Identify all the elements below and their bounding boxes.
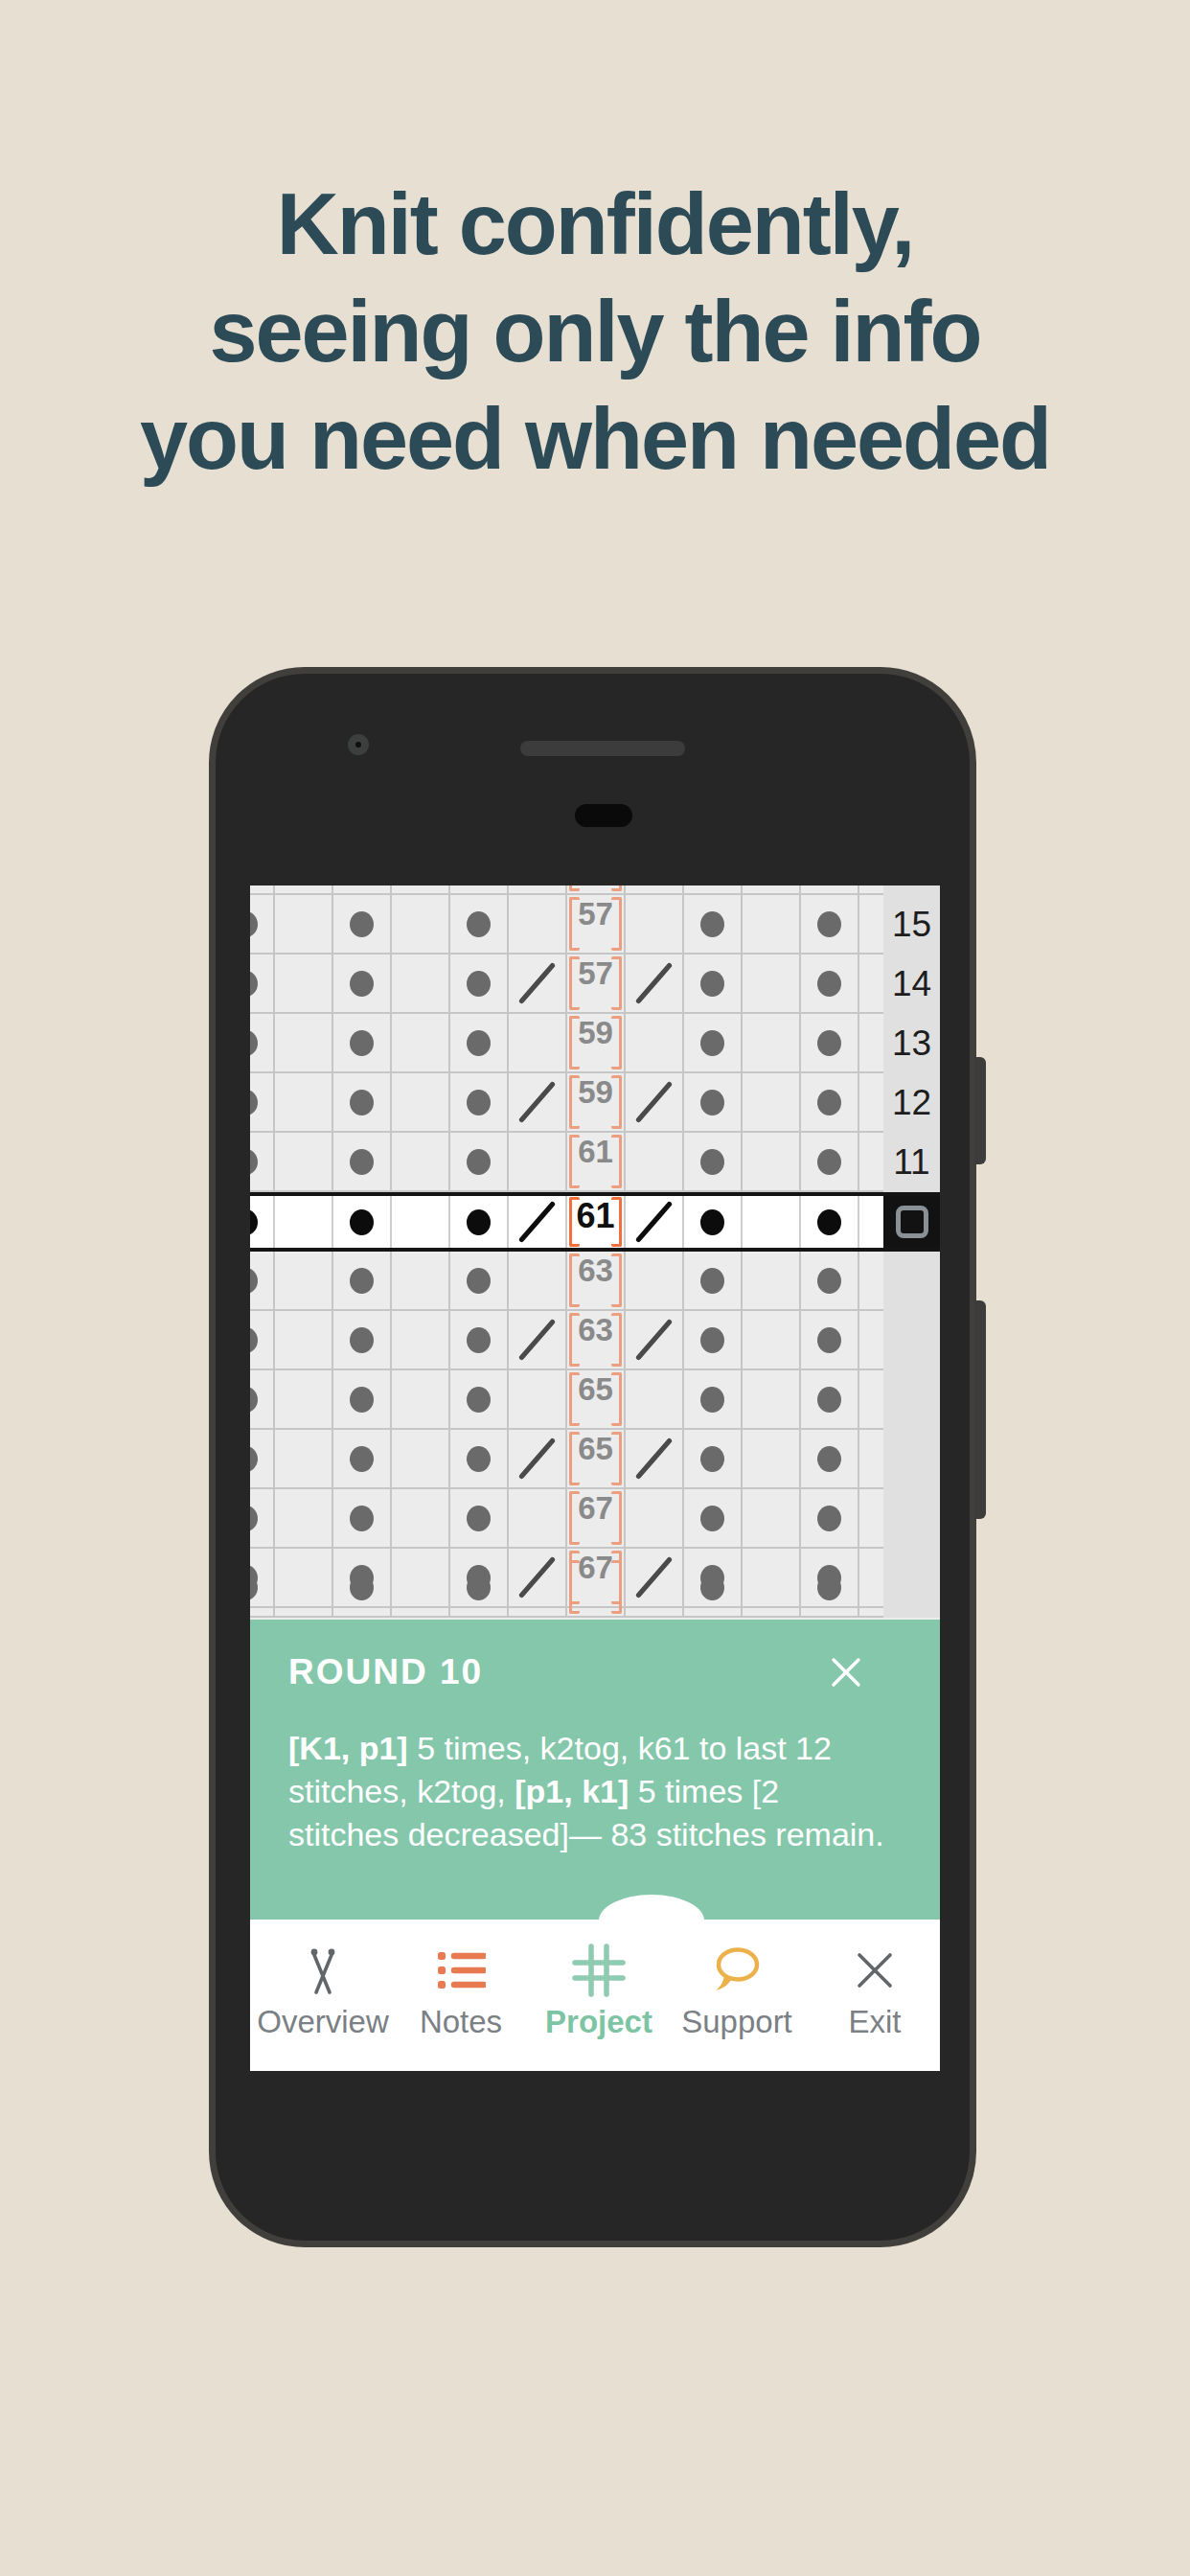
chart-cell: [450, 954, 509, 1014]
chart-cell: [392, 1370, 450, 1430]
chart-cell: [684, 1370, 743, 1430]
tab-support[interactable]: Support: [679, 1920, 794, 2071]
chart-cell: [392, 1014, 450, 1073]
chart-row: 5714: [250, 954, 940, 1014]
row-number: 14: [892, 964, 931, 1004]
purl-dot: [467, 1090, 491, 1115]
chart-cell: [250, 1014, 275, 1073]
purl-dot: [467, 1327, 491, 1353]
chart-cell: [801, 885, 859, 895]
chart-cell: [450, 1370, 509, 1430]
chart-cell: [684, 1252, 743, 1311]
volume-button: [974, 1300, 986, 1519]
chart-cell: [743, 1430, 801, 1489]
purl-dot: [350, 1327, 374, 1353]
chart-cell: [509, 1252, 567, 1311]
chart-cell: [626, 1133, 684, 1192]
chart-row: 6111: [250, 1133, 940, 1192]
chart-cell: [392, 1430, 450, 1489]
chart-cell: [859, 1073, 883, 1133]
chart-cell: [275, 1370, 333, 1430]
chart-cell: [392, 954, 450, 1014]
chart-cell: [626, 954, 684, 1014]
chart-cell: [626, 1558, 684, 1618]
chart-cell: [743, 1489, 801, 1549]
purl-dot-clipped: [250, 1387, 258, 1413]
chart-cell: [250, 1370, 275, 1430]
chart-cell: [250, 885, 275, 895]
chart-cell: [392, 1133, 450, 1192]
chart-cell: [333, 1014, 392, 1073]
row-number: 15: [892, 905, 931, 945]
chart-cell: [626, 1430, 684, 1489]
purl-dot: [817, 1327, 841, 1353]
chart-cell: [275, 1014, 333, 1073]
knitting-chart[interactable]: 5715571459135912611161636365656767: [250, 885, 940, 1620]
purl-dot: [350, 1209, 374, 1235]
chart-cell: [450, 1073, 509, 1133]
purl-dot: [350, 1268, 374, 1294]
headline-line2: seeing only the info: [0, 278, 1190, 385]
stitch-count-cell: 65: [567, 1370, 626, 1430]
chart-cell: [859, 1252, 883, 1311]
chart-cell: [333, 1489, 392, 1549]
purl-dot-clipped: [250, 971, 258, 997]
chart-cell: [509, 954, 567, 1014]
chart-cell: [275, 895, 333, 954]
chart-cell: [626, 895, 684, 954]
purl-dot: [350, 1506, 374, 1531]
x-exit-icon: [852, 1941, 898, 2000]
chart-cell: [684, 1014, 743, 1073]
chart-cell: [450, 1014, 509, 1073]
chart-cell: [250, 895, 275, 954]
chart-cell: [801, 1196, 859, 1248]
chart-row: 5715: [250, 895, 940, 954]
chart-cell: [275, 1489, 333, 1549]
chart-cell: [801, 1014, 859, 1073]
chart-cell: [392, 1558, 450, 1618]
chart-cell: [743, 885, 801, 895]
chart-cell: [626, 1073, 684, 1133]
chart-cell: [250, 1489, 275, 1549]
chart-cell: [450, 895, 509, 954]
chart-row: 5912: [250, 1073, 940, 1133]
purl-dot: [350, 1090, 374, 1115]
purl-dot-clipped: [250, 1446, 258, 1472]
chart-cell: [333, 885, 392, 895]
chart-cell: [450, 1558, 509, 1618]
stitch-count-cell: [567, 1558, 626, 1618]
purl-dot-clipped: [250, 1149, 258, 1175]
tab-exit[interactable]: Exit: [817, 1920, 932, 2071]
chart-cell: [275, 1558, 333, 1618]
chart-cell: [743, 1196, 801, 1248]
chart-cell: [275, 1430, 333, 1489]
chart-row: 65: [250, 1430, 940, 1489]
chart-cell: [392, 1252, 450, 1311]
chart-cell: [859, 885, 883, 895]
chart-cell: [450, 1252, 509, 1311]
row-counter-cell: [883, 1252, 940, 1311]
purl-dot: [700, 1090, 724, 1115]
purl-dot: [700, 1030, 724, 1056]
purl-dot: [467, 1030, 491, 1056]
crossed-needles-icon: [298, 1941, 348, 2000]
purl-dot: [700, 1327, 724, 1353]
chart-cell: [743, 1311, 801, 1370]
purl-dot-clipped: [250, 1090, 258, 1115]
app-screen: 5715571459135912611161636365656767 ROUND…: [250, 885, 940, 2071]
row-counter-cell: [883, 1558, 940, 1618]
chart-cell: [743, 1370, 801, 1430]
row-number: 11: [893, 1142, 929, 1183]
close-icon[interactable]: [829, 1655, 863, 1690]
chart-cell: [333, 895, 392, 954]
row-counter-cell: 15: [883, 895, 940, 954]
chart-cell: [509, 895, 567, 954]
tab-overview-label: Overview: [257, 2004, 389, 2040]
purl-dot: [817, 1209, 841, 1235]
purl-dot: [467, 1268, 491, 1294]
purl-dot-clipped: [250, 1268, 258, 1294]
chart-cell: [250, 1133, 275, 1192]
headline: Knit confidently, seeing only the info y…: [0, 171, 1190, 493]
purl-dot-clipped: [250, 1030, 258, 1056]
chart-cell: [509, 1370, 567, 1430]
purl-dot: [467, 1575, 491, 1600]
purl-dot: [467, 911, 491, 937]
round-instructions: [K1, p1] 5 times, k2tog, k61 to last 12s…: [288, 1727, 911, 1856]
active-tab-bump: [599, 1895, 704, 1946]
chart-cell: [626, 885, 684, 895]
chart-cell: [684, 1133, 743, 1192]
chart-cell: [684, 1430, 743, 1489]
chart-cell: [743, 895, 801, 954]
chart-cell: [859, 1558, 883, 1618]
stitch-count-cell: 57: [567, 895, 626, 954]
purl-dot: [350, 1149, 374, 1175]
chart-cell: [801, 1133, 859, 1192]
tab-bar: Overview Notes: [250, 1920, 940, 2071]
chart-cell: [392, 895, 450, 954]
purl-dot: [817, 1446, 841, 1472]
chart-cell: [392, 1073, 450, 1133]
chart-cell: [250, 1073, 275, 1133]
chart-cell: [801, 1558, 859, 1618]
chart-cell: [743, 1558, 801, 1618]
purl-dot: [700, 1149, 724, 1175]
chart-cell: [801, 1073, 859, 1133]
purl-dot: [700, 1209, 724, 1235]
chart-cell: [250, 1558, 275, 1618]
chart-cell: [626, 1252, 684, 1311]
chart-row: [250, 1558, 940, 1618]
row-counter-cell: [883, 1489, 940, 1549]
chart-cell: [684, 954, 743, 1014]
chart-cell: [333, 1311, 392, 1370]
chart-cell: [275, 1311, 333, 1370]
chart-cell: [392, 1311, 450, 1370]
chart-cell: [275, 885, 333, 895]
chart-cell: [859, 1196, 883, 1248]
chart-cell: [743, 1252, 801, 1311]
tab-support-label: Support: [681, 2004, 792, 2040]
tab-notes[interactable]: Notes: [403, 1920, 518, 2071]
chart-cell: [684, 1196, 743, 1248]
chart-cell: [333, 1073, 392, 1133]
row-counter-cell: 14: [883, 954, 940, 1014]
chart-cell: [509, 885, 567, 895]
chart-cell: [392, 1196, 450, 1248]
row-counter-cell: [883, 885, 940, 895]
purl-dot: [350, 1446, 374, 1472]
purl-dot: [817, 1575, 841, 1600]
chart-cell: [859, 1430, 883, 1489]
chart-cell: [275, 954, 333, 1014]
purl-dot: [467, 1209, 491, 1235]
chart-cell: [250, 1430, 275, 1489]
chart-row: 67: [250, 1489, 940, 1549]
purl-dot: [467, 1506, 491, 1531]
chart-cell: [626, 1014, 684, 1073]
chart-cell: [333, 1252, 392, 1311]
speaker-grille: [520, 741, 685, 756]
stitch-count-cell: 67: [567, 1489, 626, 1549]
purl-dot-clipped: [250, 1575, 258, 1600]
chart-cell: [450, 1489, 509, 1549]
front-camera-icon: [348, 734, 369, 755]
speech-bubble-icon: [710, 1941, 764, 2000]
chart-row: 5913: [250, 1014, 940, 1073]
chart-cell: [333, 1558, 392, 1618]
chart-cell: [275, 1073, 333, 1133]
chart-cell: [250, 1311, 275, 1370]
purl-dot-clipped: [250, 911, 258, 937]
earpiece-pill: [575, 804, 632, 827]
chart-cell: [450, 885, 509, 895]
row-counter-cell: 11: [883, 1133, 940, 1192]
chart-cell: [801, 954, 859, 1014]
purl-dot: [817, 971, 841, 997]
purl-dot: [817, 1387, 841, 1413]
purl-dot-clipped: [250, 1209, 258, 1235]
chart-cell: [859, 1133, 883, 1192]
purl-dot: [467, 1149, 491, 1175]
round-title: ROUND 10: [288, 1652, 483, 1692]
chart-cell: [333, 1133, 392, 1192]
chart-cell: [684, 1311, 743, 1370]
chart-cell: [684, 1489, 743, 1549]
chart-row: [250, 885, 940, 895]
tab-exit-label: Exit: [848, 2004, 901, 2040]
purl-dot: [700, 1575, 724, 1600]
stitch-count-cell: 63: [567, 1311, 626, 1370]
chart-cell: [859, 1014, 883, 1073]
purl-dot: [700, 911, 724, 937]
chart-cell: [743, 1133, 801, 1192]
round-instruction-panel: ROUND 10 [K1, p1] 5 times, k2tog, k61 to…: [250, 1620, 940, 1920]
stitch-count-cell: 63: [567, 1252, 626, 1311]
tab-notes-label: Notes: [420, 2004, 502, 2040]
purl-dot: [467, 1446, 491, 1472]
purl-dot: [817, 1268, 841, 1294]
chart-cell: [859, 1489, 883, 1549]
chart-cell: [509, 1430, 567, 1489]
chart-cell: [684, 885, 743, 895]
row-counter-cell[interactable]: [883, 1196, 940, 1248]
chart-cell: [275, 1133, 333, 1192]
headline-line1: Knit confidently,: [0, 171, 1190, 278]
stitch-count-cell: 65: [567, 1430, 626, 1489]
chart-row: 63: [250, 1252, 940, 1311]
purl-dot: [817, 1149, 841, 1175]
stitch-count-cell: [567, 885, 626, 895]
chart-cell: [509, 1558, 567, 1618]
chart-cell: [626, 1489, 684, 1549]
chart-cell: [250, 1252, 275, 1311]
row-counter-cell: 12: [883, 1073, 940, 1133]
chart-cell: [859, 954, 883, 1014]
chart-cell: [333, 1430, 392, 1489]
power-button: [974, 1057, 986, 1164]
chart-cell: [509, 1311, 567, 1370]
chart-cell: [450, 1311, 509, 1370]
purl-dot: [700, 971, 724, 997]
purl-dot: [817, 1030, 841, 1056]
stitch-count-cell: 61: [567, 1133, 626, 1192]
purl-dot: [817, 1506, 841, 1531]
chart-cell: [509, 1196, 567, 1248]
chart-cell: [275, 1196, 333, 1248]
stitch-count-cell: 61: [567, 1196, 626, 1248]
chart-cell: [684, 1558, 743, 1618]
tab-project-label: Project: [545, 2004, 652, 2040]
chart-row: 65: [250, 1370, 940, 1430]
chart-cell: [333, 954, 392, 1014]
chart-cell: [801, 1252, 859, 1311]
chart-cell: [801, 1370, 859, 1430]
purl-dot: [350, 1030, 374, 1056]
purl-dot: [700, 1506, 724, 1531]
list-icon: [436, 1941, 486, 2000]
chart-cell: [450, 1133, 509, 1192]
headline-line3: you need when needed: [0, 385, 1190, 493]
chart-cell: [859, 1311, 883, 1370]
purl-dot-clipped: [250, 1327, 258, 1353]
purl-dot: [350, 971, 374, 997]
row-counter-cell: [883, 1430, 940, 1489]
chart-cell: [275, 1252, 333, 1311]
row-number: 12: [892, 1083, 931, 1123]
chart-cell: [450, 1196, 509, 1248]
chart-cell: [743, 1014, 801, 1073]
chart-cell: [509, 1489, 567, 1549]
chart-row: 63: [250, 1311, 940, 1370]
purl-dot: [700, 1446, 724, 1472]
chart-cell: [250, 1196, 275, 1248]
chart-cell: [801, 1311, 859, 1370]
chart-cell: [859, 1370, 883, 1430]
purl-dot: [350, 1387, 374, 1413]
purl-dot: [350, 1575, 374, 1600]
chart-cell: [626, 1370, 684, 1430]
chart-cell: [509, 1133, 567, 1192]
chart-cell: [859, 895, 883, 954]
purl-dot: [467, 1387, 491, 1413]
stitch-count-cell: 57: [567, 954, 626, 1014]
tab-overview[interactable]: Overview: [265, 1920, 380, 2071]
chart-row-current: 61: [250, 1192, 940, 1252]
chart-cell: [743, 1073, 801, 1133]
purl-dot: [350, 911, 374, 937]
grid-hash-icon: [572, 1941, 626, 2000]
purl-dot-clipped: [250, 1506, 258, 1531]
chart-cell: [743, 954, 801, 1014]
chart-cell: [509, 1073, 567, 1133]
purl-dot: [700, 1268, 724, 1294]
chart-cell: [509, 1014, 567, 1073]
current-row-checkbox[interactable]: [896, 1206, 928, 1238]
purl-dot: [467, 971, 491, 997]
chart-cell: [333, 1370, 392, 1430]
purl-dot: [700, 1387, 724, 1413]
chart-cell: [333, 1196, 392, 1248]
row-number: 13: [892, 1023, 931, 1064]
chart-cell: [801, 1430, 859, 1489]
row-counter-cell: [883, 1311, 940, 1370]
stitch-count-cell: 59: [567, 1073, 626, 1133]
chart-cell: [250, 954, 275, 1014]
row-counter-cell: 13: [883, 1014, 940, 1073]
chart-cell: [450, 1430, 509, 1489]
chart-cell: [626, 1196, 684, 1248]
purl-dot: [817, 1090, 841, 1115]
chart-cell: [801, 1489, 859, 1549]
phone-mockup: 5715571459135912611161636365656767 ROUND…: [209, 667, 976, 2247]
chart-cell: [684, 1073, 743, 1133]
chart-cell: [684, 895, 743, 954]
chart-cell: [626, 1311, 684, 1370]
purl-dot: [817, 911, 841, 937]
chart-cell: [392, 1489, 450, 1549]
row-counter-cell: [883, 1370, 940, 1430]
stitch-count-cell: 59: [567, 1014, 626, 1073]
chart-cell: [801, 895, 859, 954]
chart-cell: [392, 885, 450, 895]
